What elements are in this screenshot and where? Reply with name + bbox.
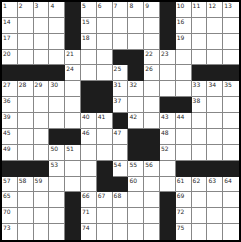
clue-number: 64 (224, 177, 232, 184)
white-cell[interactable]: 69 (176, 192, 192, 208)
white-cell[interactable] (97, 50, 113, 66)
white-cell[interactable] (18, 97, 34, 113)
clue-number: 44 (177, 113, 185, 120)
white-cell[interactable]: 26 (144, 65, 160, 81)
black-cell (2, 161, 18, 177)
clue-number: 49 (3, 145, 11, 152)
white-cell[interactable] (144, 81, 160, 97)
clue-number: 29 (35, 81, 43, 88)
black-cell (113, 50, 129, 66)
white-cell[interactable] (223, 113, 239, 129)
white-cell[interactable]: 35 (223, 81, 239, 97)
clue-number: 17 (3, 34, 11, 41)
white-cell[interactable]: 72 (176, 208, 192, 224)
black-cell (144, 145, 160, 161)
white-cell[interactable] (49, 192, 65, 208)
white-cell[interactable] (192, 224, 208, 240)
white-cell[interactable] (160, 81, 176, 97)
clue-number: 47 (114, 129, 122, 136)
black-cell (192, 161, 208, 177)
white-cell[interactable] (49, 97, 65, 113)
clue-number: 62 (193, 177, 201, 184)
white-cell[interactable]: 48 (160, 129, 176, 145)
clue-number: 26 (145, 65, 153, 72)
black-cell (65, 224, 81, 240)
white-cell[interactable] (223, 50, 239, 66)
white-cell[interactable]: 33 (192, 81, 208, 97)
clue-number: 27 (3, 81, 11, 88)
clue-number: 37 (114, 97, 122, 104)
black-cell (81, 97, 97, 113)
clue-number: 15 (82, 18, 90, 25)
white-cell[interactable] (18, 50, 34, 66)
clue-number: 50 (50, 145, 58, 152)
black-cell (65, 208, 81, 224)
white-cell[interactable] (223, 208, 239, 224)
black-cell (18, 161, 34, 177)
black-cell (160, 2, 176, 18)
white-cell[interactable]: 13 (223, 2, 239, 18)
clue-number: 35 (224, 81, 232, 88)
white-cell[interactable] (18, 192, 34, 208)
white-cell[interactable] (144, 113, 160, 129)
black-cell (65, 18, 81, 34)
clue-number: 8 (129, 2, 133, 9)
white-cell[interactable] (160, 177, 176, 193)
black-cell (192, 65, 208, 81)
white-cell[interactable]: 64 (223, 177, 239, 193)
white-cell[interactable] (176, 50, 192, 66)
white-cell[interactable] (113, 18, 129, 34)
white-cell[interactable]: 36 (2, 97, 18, 113)
white-cell[interactable] (128, 224, 144, 240)
white-cell[interactable] (18, 224, 34, 240)
white-cell[interactable] (207, 224, 223, 240)
clue-number: 32 (129, 81, 137, 88)
black-cell (128, 129, 144, 145)
white-cell[interactable] (97, 208, 113, 224)
white-cell[interactable] (192, 18, 208, 34)
white-cell[interactable] (65, 81, 81, 97)
white-cell[interactable]: 50 (49, 145, 65, 161)
white-cell[interactable] (128, 208, 144, 224)
white-cell[interactable] (176, 129, 192, 145)
white-cell[interactable]: 21 (65, 50, 81, 66)
white-cell[interactable] (207, 192, 223, 208)
clue-number: 23 (161, 50, 169, 57)
clue-number: 2 (19, 2, 23, 9)
white-cell[interactable]: 46 (81, 129, 97, 145)
black-cell (34, 161, 50, 177)
white-cell[interactable]: 59 (34, 177, 50, 193)
white-cell[interactable]: 31 (113, 81, 129, 97)
white-cell[interactable]: 17 (2, 34, 18, 50)
clue-number: 57 (3, 177, 11, 184)
clue-number: 21 (66, 50, 74, 57)
black-cell (160, 224, 176, 240)
black-cell (65, 2, 81, 18)
white-cell[interactable]: 29 (34, 81, 50, 97)
white-cell[interactable] (18, 208, 34, 224)
white-cell[interactable] (223, 224, 239, 240)
black-cell (97, 81, 113, 97)
white-cell[interactable]: 8 (128, 2, 144, 18)
clue-number: 34 (208, 81, 216, 88)
white-cell[interactable] (223, 145, 239, 161)
white-cell[interactable] (34, 50, 50, 66)
white-cell[interactable] (128, 18, 144, 34)
clue-number: 25 (114, 65, 122, 72)
black-cell (160, 192, 176, 208)
white-cell[interactable] (65, 161, 81, 177)
clue-number: 6 (98, 2, 102, 9)
clue-number: 71 (82, 208, 90, 215)
white-cell[interactable] (34, 145, 50, 161)
white-cell[interactable]: 30 (49, 81, 65, 97)
white-cell[interactable]: 63 (207, 177, 223, 193)
white-cell[interactable]: 53 (49, 161, 65, 177)
black-cell (81, 81, 97, 97)
white-cell[interactable]: 42 (128, 113, 144, 129)
white-cell[interactable] (113, 34, 129, 50)
white-cell[interactable]: 74 (81, 224, 97, 240)
white-cell[interactable]: 27 (2, 81, 18, 97)
white-cell[interactable] (49, 34, 65, 50)
black-cell (160, 97, 176, 113)
clue-number: 43 (161, 113, 169, 120)
white-cell[interactable] (128, 34, 144, 50)
white-cell[interactable] (192, 208, 208, 224)
white-cell[interactable] (81, 177, 97, 193)
clue-number: 67 (98, 192, 106, 199)
white-cell[interactable]: 1 (2, 2, 18, 18)
white-cell[interactable] (81, 50, 97, 66)
black-cell (176, 161, 192, 177)
black-cell (65, 34, 81, 50)
white-cell[interactable] (65, 177, 81, 193)
clue-number: 45 (3, 129, 11, 136)
white-cell[interactable] (128, 192, 144, 208)
black-cell (97, 97, 113, 113)
black-cell (113, 177, 129, 193)
clue-number: 73 (3, 224, 11, 231)
white-cell[interactable] (81, 161, 97, 177)
white-cell[interactable] (223, 97, 239, 113)
white-cell[interactable] (144, 34, 160, 50)
white-cell[interactable]: 43 (160, 113, 176, 129)
white-cell[interactable] (18, 129, 34, 145)
white-cell[interactable]: 61 (176, 177, 192, 193)
black-cell (97, 161, 113, 177)
white-cell[interactable]: 6 (97, 2, 113, 18)
white-cell[interactable]: 65 (2, 192, 18, 208)
white-cell[interactable] (207, 129, 223, 145)
black-cell (128, 145, 144, 161)
white-cell[interactable] (144, 224, 160, 240)
clue-number: 22 (145, 50, 153, 57)
white-cell[interactable]: 23 (160, 50, 176, 66)
black-cell (128, 50, 144, 66)
clue-number: 36 (3, 97, 11, 104)
white-cell[interactable]: 44 (176, 113, 192, 129)
white-cell[interactable]: 40 (81, 113, 97, 129)
clue-number: 3 (35, 2, 39, 9)
white-cell[interactable] (18, 18, 34, 34)
white-cell[interactable] (34, 192, 50, 208)
crossword-grid: 1234567891011121314151617181920212223242… (0, 0, 241, 242)
white-cell[interactable] (49, 208, 65, 224)
clue-number: 54 (114, 161, 122, 168)
white-cell[interactable] (207, 34, 223, 50)
clue-number: 5 (82, 2, 86, 9)
clue-number: 30 (50, 81, 58, 88)
white-cell[interactable]: 56 (144, 161, 160, 177)
white-cell[interactable] (113, 145, 129, 161)
white-cell[interactable]: 4 (49, 2, 65, 18)
white-cell[interactable] (207, 145, 223, 161)
clue-number: 63 (208, 177, 216, 184)
white-cell[interactable]: 54 (113, 161, 129, 177)
white-cell[interactable] (144, 208, 160, 224)
clue-number: 13 (224, 2, 232, 9)
clue-number: 68 (114, 192, 122, 199)
white-cell[interactable] (34, 18, 50, 34)
white-cell[interactable]: 25 (113, 65, 129, 81)
white-cell[interactable] (223, 34, 239, 50)
white-cell[interactable] (160, 161, 176, 177)
white-cell[interactable] (97, 145, 113, 161)
white-cell[interactable] (144, 97, 160, 113)
clue-number: 66 (82, 192, 90, 199)
white-cell[interactable] (207, 113, 223, 129)
clue-number: 20 (3, 50, 11, 57)
clue-number: 51 (66, 145, 74, 152)
clue-number: 12 (208, 2, 216, 9)
white-cell[interactable] (223, 18, 239, 34)
clue-number: 24 (66, 65, 74, 72)
black-cell (65, 129, 81, 145)
white-cell[interactable] (18, 145, 34, 161)
black-cell (18, 65, 34, 81)
white-cell[interactable] (128, 97, 144, 113)
white-cell[interactable] (192, 50, 208, 66)
white-cell[interactable] (223, 129, 239, 145)
black-cell (223, 65, 239, 81)
clue-number: 11 (193, 2, 201, 9)
white-cell[interactable]: 60 (128, 177, 144, 193)
clue-number: 75 (177, 224, 185, 231)
white-cell[interactable] (144, 18, 160, 34)
white-cell[interactable]: 55 (128, 161, 144, 177)
white-cell[interactable] (34, 34, 50, 50)
clue-number: 14 (3, 18, 11, 25)
white-cell[interactable]: 9 (144, 2, 160, 18)
white-cell[interactable] (49, 224, 65, 240)
white-cell[interactable]: 51 (65, 145, 81, 161)
white-cell[interactable] (65, 113, 81, 129)
white-cell[interactable] (97, 129, 113, 145)
white-cell[interactable]: 37 (113, 97, 129, 113)
white-cell[interactable] (113, 208, 129, 224)
white-cell[interactable]: 15 (81, 18, 97, 34)
white-cell[interactable] (192, 129, 208, 145)
white-cell[interactable] (144, 177, 160, 193)
white-cell[interactable]: 28 (18, 81, 34, 97)
white-cell[interactable]: 68 (113, 192, 129, 208)
white-cell[interactable]: 70 (2, 208, 18, 224)
white-cell[interactable]: 32 (128, 81, 144, 97)
white-cell[interactable]: 11 (192, 2, 208, 18)
clue-number: 18 (82, 34, 90, 41)
black-cell (207, 65, 223, 81)
white-cell[interactable] (207, 18, 223, 34)
white-cell[interactable] (144, 192, 160, 208)
clue-number: 65 (3, 192, 11, 199)
white-cell[interactable] (192, 113, 208, 129)
clue-number: 16 (177, 18, 185, 25)
white-cell[interactable] (65, 97, 81, 113)
clue-number: 70 (3, 208, 11, 215)
clue-number: 10 (177, 2, 185, 9)
white-cell[interactable] (34, 129, 50, 145)
white-cell[interactable]: 16 (176, 18, 192, 34)
white-cell[interactable]: 34 (207, 81, 223, 97)
clue-number: 1 (3, 2, 7, 9)
clue-number: 39 (3, 113, 11, 120)
white-cell[interactable]: 10 (176, 2, 192, 18)
clue-number: 48 (161, 129, 169, 136)
white-cell[interactable] (49, 50, 65, 66)
clue-number: 38 (193, 97, 201, 104)
white-cell[interactable] (97, 18, 113, 34)
black-cell (160, 34, 176, 50)
white-cell[interactable]: 75 (176, 224, 192, 240)
black-cell (49, 129, 65, 145)
white-cell[interactable] (97, 224, 113, 240)
white-cell[interactable]: 24 (65, 65, 81, 81)
black-cell (65, 192, 81, 208)
white-cell[interactable] (34, 208, 50, 224)
white-cell[interactable] (34, 224, 50, 240)
white-cell[interactable] (113, 224, 129, 240)
white-cell[interactable]: 58 (18, 177, 34, 193)
black-cell (176, 97, 192, 113)
white-cell[interactable] (97, 34, 113, 50)
clue-number: 41 (98, 113, 106, 120)
white-cell[interactable]: 14 (2, 18, 18, 34)
white-cell[interactable] (176, 145, 192, 161)
clue-number: 61 (177, 177, 185, 184)
white-cell[interactable]: 39 (2, 113, 18, 129)
white-cell[interactable]: 18 (81, 34, 97, 50)
white-cell[interactable]: 3 (34, 2, 50, 18)
white-cell[interactable] (176, 81, 192, 97)
white-cell[interactable]: 66 (81, 192, 97, 208)
black-cell (160, 208, 176, 224)
white-cell[interactable]: 52 (160, 145, 176, 161)
clue-number: 72 (177, 208, 185, 215)
white-cell[interactable]: 57 (2, 177, 18, 193)
black-cell (34, 65, 50, 81)
clue-number: 53 (50, 161, 58, 168)
black-cell (160, 18, 176, 34)
white-cell[interactable] (176, 65, 192, 81)
clue-number: 55 (129, 161, 137, 168)
clue-number: 4 (50, 2, 54, 9)
white-cell[interactable] (81, 145, 97, 161)
white-cell[interactable]: 12 (207, 2, 223, 18)
white-cell[interactable]: 38 (192, 97, 208, 113)
clue-number: 74 (82, 224, 90, 231)
clue-number: 42 (129, 113, 137, 120)
white-cell[interactable] (160, 65, 176, 81)
white-cell[interactable] (34, 113, 50, 129)
clue-number: 19 (177, 34, 185, 41)
black-cell (223, 161, 239, 177)
white-cell[interactable] (192, 145, 208, 161)
clue-number: 69 (177, 192, 185, 199)
white-cell[interactable]: 7 (113, 2, 129, 18)
clue-number: 60 (129, 177, 137, 184)
white-cell[interactable] (18, 113, 34, 129)
black-cell (49, 65, 65, 81)
black-cell (97, 177, 113, 193)
clue-number: 40 (82, 113, 90, 120)
white-cell[interactable] (34, 97, 50, 113)
white-cell[interactable]: 49 (2, 145, 18, 161)
clue-number: 31 (114, 81, 122, 88)
clue-number: 56 (145, 161, 153, 168)
clue-number: 7 (114, 2, 118, 9)
clue-number: 9 (145, 2, 149, 9)
white-cell[interactable] (207, 97, 223, 113)
black-cell (128, 65, 144, 81)
white-cell[interactable] (18, 34, 34, 50)
white-cell[interactable]: 47 (113, 129, 129, 145)
black-cell (2, 65, 18, 81)
white-cell[interactable]: 41 (97, 113, 113, 129)
white-cell[interactable]: 62 (192, 177, 208, 193)
white-cell[interactable]: 19 (176, 34, 192, 50)
clue-number: 28 (19, 81, 27, 88)
white-cell[interactable]: 67 (97, 192, 113, 208)
white-cell[interactable] (207, 50, 223, 66)
white-cell[interactable]: 71 (81, 208, 97, 224)
white-cell[interactable]: 2 (18, 2, 34, 18)
clue-number: 52 (161, 145, 169, 152)
clue-number: 59 (35, 177, 43, 184)
white-cell[interactable] (207, 208, 223, 224)
black-cell (207, 161, 223, 177)
white-cell[interactable] (192, 192, 208, 208)
white-cell[interactable] (49, 177, 65, 193)
white-cell[interactable] (49, 113, 65, 129)
clue-number: 58 (19, 177, 27, 184)
white-cell[interactable]: 20 (2, 50, 18, 66)
black-cell (113, 113, 129, 129)
white-cell[interactable] (49, 18, 65, 34)
white-cell[interactable]: 73 (2, 224, 18, 240)
white-cell[interactable] (223, 192, 239, 208)
black-cell (144, 129, 160, 145)
white-cell[interactable]: 5 (81, 2, 97, 18)
white-cell[interactable]: 22 (144, 50, 160, 66)
white-cell[interactable]: 45 (2, 129, 18, 145)
clue-number: 33 (193, 81, 201, 88)
white-cell[interactable] (97, 65, 113, 81)
white-cell[interactable] (192, 34, 208, 50)
white-cell[interactable] (81, 65, 97, 81)
